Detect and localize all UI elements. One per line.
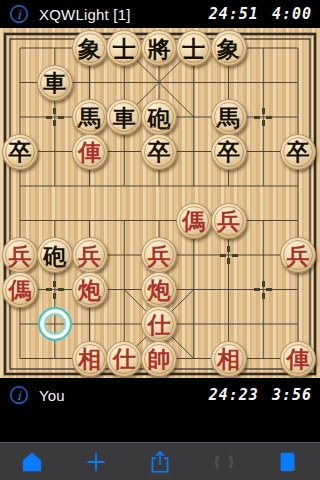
black-cannon-piece[interactable]: 砲 xyxy=(37,237,73,273)
red-soldier-piece[interactable]: 兵 xyxy=(211,203,247,239)
piece-glyph: 俥 xyxy=(287,347,310,370)
piece-glyph: 炮 xyxy=(78,278,101,301)
player-name: You xyxy=(39,387,65,404)
svg-text:i: i xyxy=(17,389,22,403)
red-chariot-piece[interactable]: 俥 xyxy=(72,134,108,170)
xiangqi-board[interactable]: 象士將士象車馬車砲馬卒俥卒卒卒傌兵兵砲兵兵兵傌炮炮仕相仕帥相俥 xyxy=(0,28,320,378)
piece-glyph: 仕 xyxy=(148,313,171,336)
piece-glyph: 車 xyxy=(43,71,66,94)
refresh-button[interactable] xyxy=(192,443,256,480)
red-soldier-piece[interactable]: 兵 xyxy=(72,237,108,273)
piece-glyph: 砲 xyxy=(148,106,171,129)
piece-glyph: 馬 xyxy=(78,106,101,129)
red-chariot-piece[interactable]: 俥 xyxy=(280,341,316,377)
red-cannon-piece[interactable]: 炮 xyxy=(141,272,177,308)
player-info-button[interactable]: i xyxy=(8,384,30,406)
piece-glyph: 象 xyxy=(217,37,240,60)
player-move-clock: 3:56 xyxy=(272,386,312,404)
home-button[interactable] xyxy=(0,443,64,480)
svg-text:i: i xyxy=(17,8,22,22)
opponent-name: XQWLight [1] xyxy=(39,6,131,23)
piece-glyph: 俥 xyxy=(78,140,101,163)
black-soldier-piece[interactable]: 卒 xyxy=(211,134,247,170)
point-marker xyxy=(254,281,272,299)
red-cannon-piece[interactable]: 炮 xyxy=(72,272,108,308)
red-general-piece[interactable]: 帥 xyxy=(141,341,177,377)
black-horse-piece[interactable]: 馬 xyxy=(211,99,247,135)
app-screen: i XQWLight [1] 24:51 4:00 象士將士象車馬車砲馬卒俥卒卒… xyxy=(0,0,320,480)
red-elephant-piece[interactable]: 相 xyxy=(72,341,108,377)
opponent-total-clock: 24:51 xyxy=(209,5,259,23)
piece-glyph: 象 xyxy=(78,37,101,60)
red-soldier-piece[interactable]: 兵 xyxy=(280,237,316,273)
red-soldier-piece[interactable]: 兵 xyxy=(2,237,38,273)
black-soldier-piece[interactable]: 卒 xyxy=(2,134,38,170)
piece-glyph: 兵 xyxy=(9,244,32,267)
black-advisor-piece[interactable]: 士 xyxy=(106,30,142,66)
point-marker xyxy=(46,108,64,126)
red-horse-piece[interactable]: 傌 xyxy=(176,203,212,239)
piece-glyph: 兵 xyxy=(78,244,101,267)
red-advisor-piece[interactable]: 仕 xyxy=(106,341,142,377)
black-chariot-piece[interactable]: 車 xyxy=(37,65,73,101)
piece-glyph: 相 xyxy=(78,347,101,370)
point-marker xyxy=(254,108,272,126)
opponent-clocks: 24:51 4:00 xyxy=(209,5,312,23)
piece-glyph: 卒 xyxy=(217,140,240,163)
player-bar: i You 24:23 3:56 xyxy=(0,378,320,442)
bottom-toolbar xyxy=(0,442,320,480)
refresh-icon xyxy=(211,449,237,475)
piece-glyph: 兵 xyxy=(287,244,310,267)
player-total-clock: 24:23 xyxy=(209,386,259,404)
book-button[interactable] xyxy=(256,443,320,480)
red-advisor-piece[interactable]: 仕 xyxy=(141,306,177,342)
piece-glyph: 士 xyxy=(113,37,136,60)
piece-glyph: 仕 xyxy=(113,347,136,370)
info-icon: i xyxy=(8,384,30,406)
home-icon xyxy=(19,449,45,475)
opponent-info-button[interactable]: i xyxy=(8,3,30,25)
red-horse-piece[interactable]: 傌 xyxy=(2,272,38,308)
piece-glyph: 砲 xyxy=(43,244,66,267)
piece-glyph: 士 xyxy=(182,37,205,60)
black-cannon-piece[interactable]: 砲 xyxy=(141,99,177,135)
share-icon xyxy=(147,449,173,475)
red-soldier-piece[interactable]: 兵 xyxy=(141,237,177,273)
piece-glyph: 炮 xyxy=(148,278,171,301)
black-soldier-piece[interactable]: 卒 xyxy=(141,134,177,170)
point-marker xyxy=(46,281,64,299)
top-bar: i XQWLight [1] 24:51 4:00 xyxy=(0,0,320,28)
plus-icon xyxy=(83,449,109,475)
book-icon xyxy=(275,449,301,475)
black-horse-piece[interactable]: 馬 xyxy=(72,99,108,135)
point-marker xyxy=(220,246,238,264)
piece-glyph: 車 xyxy=(113,106,136,129)
info-icon: i xyxy=(8,3,30,25)
piece-glyph: 將 xyxy=(148,37,171,60)
black-elephant-piece[interactable]: 象 xyxy=(211,30,247,66)
black-elephant-piece[interactable]: 象 xyxy=(72,30,108,66)
piece-glyph: 帥 xyxy=(148,347,171,370)
piece-glyph: 兵 xyxy=(217,209,240,232)
piece-glyph: 卒 xyxy=(9,140,32,163)
piece-glyph: 傌 xyxy=(182,209,205,232)
new-game-button[interactable] xyxy=(64,443,128,480)
piece-glyph: 卒 xyxy=(287,140,310,163)
piece-glyph: 卒 xyxy=(148,140,171,163)
move-highlight-ring xyxy=(38,307,72,341)
piece-glyph: 兵 xyxy=(148,244,171,267)
piece-glyph: 馬 xyxy=(217,106,240,129)
opponent-move-clock: 4:00 xyxy=(272,5,312,23)
player-clocks: 24:23 3:56 xyxy=(209,386,312,404)
black-soldier-piece[interactable]: 卒 xyxy=(280,134,316,170)
piece-layer: 象士將士象車馬車砲馬卒俥卒卒卒傌兵兵砲兵兵兵傌炮炮仕相仕帥相俥 xyxy=(0,28,320,378)
black-advisor-piece[interactable]: 士 xyxy=(176,30,212,66)
red-elephant-piece[interactable]: 相 xyxy=(211,341,247,377)
black-general-piece[interactable]: 將 xyxy=(141,30,177,66)
piece-glyph: 傌 xyxy=(9,278,32,301)
share-button[interactable] xyxy=(128,443,192,480)
piece-glyph: 相 xyxy=(217,347,240,370)
black-chariot-piece[interactable]: 車 xyxy=(106,99,142,135)
